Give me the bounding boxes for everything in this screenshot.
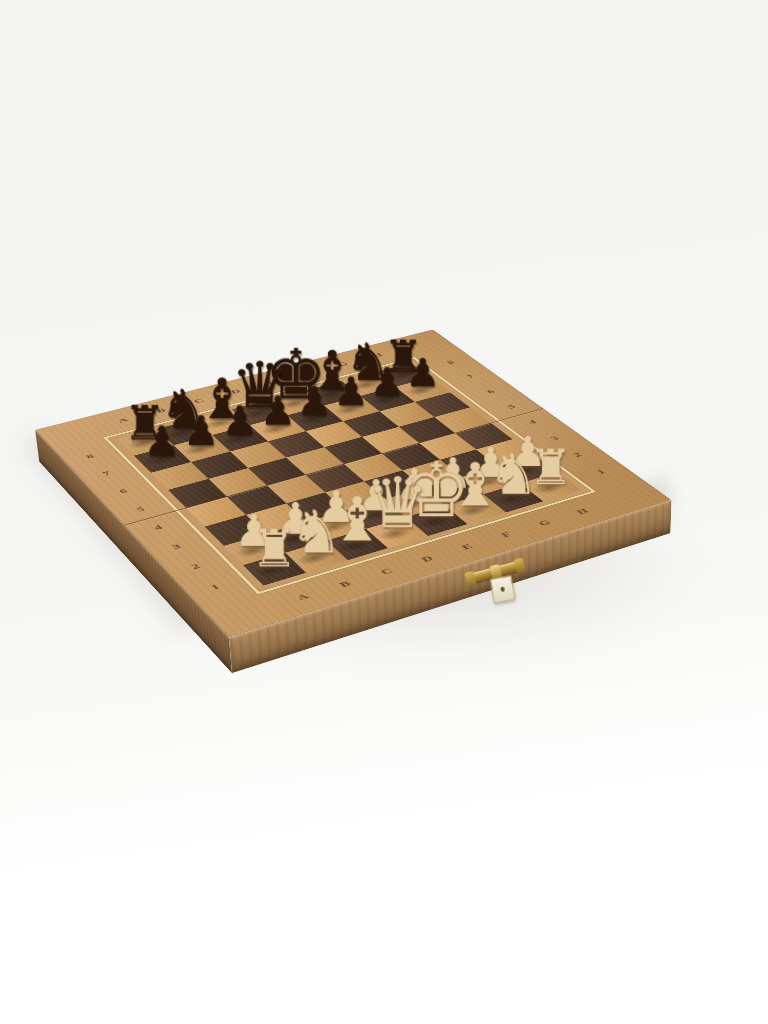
coord-rank-2-left: 2: [189, 562, 203, 572]
coord-rank-3-left: 3: [170, 542, 184, 551]
coord-file-g-bottom: G: [536, 518, 554, 528]
chess-board: 88AA77BB66CC55DD44EE33FF22GG11HH ♜♞♝♛♚♝♞…: [35, 330, 671, 638]
coord-rank-4-left: 4: [152, 523, 166, 532]
coord-file-f-bottom: F: [498, 530, 514, 539]
coord-rank-5-left: 5: [134, 505, 147, 514]
coord-file-a-bottom: A: [294, 592, 312, 603]
coord-file-h-bottom: H: [573, 506, 591, 516]
clasp-keeper-plate: [490, 575, 516, 603]
coord-file-b-bottom: B: [337, 579, 354, 589]
coord-rank-7-right: 7: [464, 373, 477, 380]
perspective-scene: 88AA77BB66CC55DD44EE33FF22GG11HH ♜♞♝♛♚♝♞…: [0, 0, 768, 1024]
coord-rank-7-left: 7: [100, 469, 113, 477]
coord-file-e-bottom: E: [459, 542, 476, 552]
product-photo-stage: 88AA77BB66CC55DD44EE33FF22GG11HH ♜♞♝♛♚♝♞…: [0, 0, 768, 1024]
coord-rank-6-left: 6: [117, 487, 130, 495]
coord-file-c-bottom: C: [378, 566, 396, 576]
piece-white-rook-a1: ♜: [251, 522, 298, 574]
coord-rank-8-left: 8: [84, 453, 97, 461]
coord-rank-5-right: 5: [505, 403, 519, 410]
coord-rank-6-right: 6: [484, 388, 497, 395]
coord-rank-4-right: 4: [526, 418, 540, 426]
coord-rank-8-right: 8: [444, 359, 457, 366]
coord-rank-1-left: 1: [208, 582, 222, 592]
coord-rank-1-right: 1: [594, 468, 609, 476]
coord-file-d-bottom: D: [419, 554, 437, 564]
